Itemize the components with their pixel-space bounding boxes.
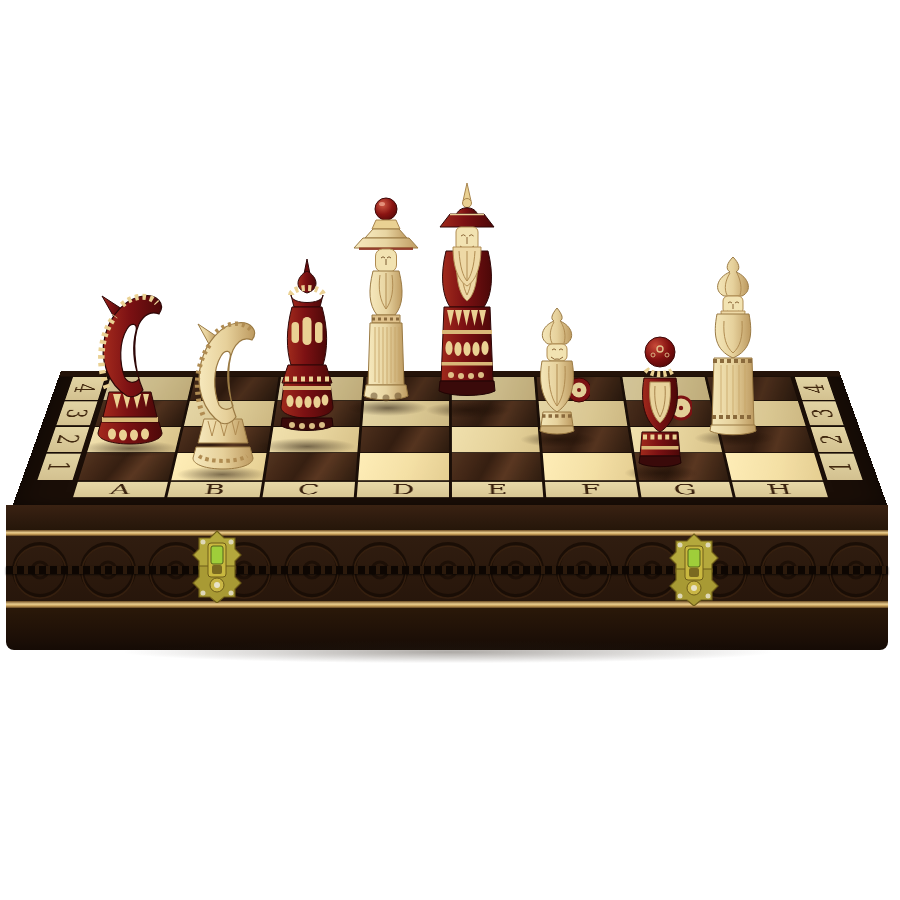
square-e1 (451, 453, 542, 480)
piece-red-rook-c2[interactable] (262, 259, 352, 447)
rank-label-right-2: 2 (811, 427, 853, 452)
gold-trim-bottom (6, 601, 888, 608)
square-f1 (543, 453, 636, 480)
file-label-d: D (357, 482, 449, 498)
square-a1 (78, 453, 175, 480)
brass-clasp-left[interactable] (191, 529, 243, 603)
piece-natural-bishop-f2[interactable] (524, 306, 590, 441)
brass-clasp-right[interactable] (668, 532, 720, 606)
square-d2 (360, 427, 448, 453)
square-h1 (725, 453, 822, 480)
piece-natural-knight-b1[interactable] (181, 307, 265, 475)
square-d1 (358, 453, 449, 480)
file-label-e: E (451, 482, 543, 498)
rank-label-left-1: 1 (37, 454, 81, 480)
rank-label-right-4: 4 (795, 377, 835, 400)
file-label-b: B (167, 482, 261, 498)
chess-set-photo: Closed handmade carved wooden chess box … (0, 0, 900, 900)
drop-shadow (14, 640, 882, 670)
piece-red-king-e3[interactable] (427, 183, 507, 411)
rank-label-right-1: 1 (819, 454, 863, 480)
piece-natural-queen-d3[interactable] (349, 194, 423, 409)
file-label-g: G (638, 482, 732, 498)
board-front-edge (6, 505, 888, 532)
file-label-h: H (732, 482, 828, 498)
piece-red-pawn-g1[interactable] (628, 334, 692, 474)
square-c1 (265, 453, 358, 480)
file-label-f: F (545, 482, 638, 498)
file-label-c: C (262, 482, 355, 498)
piece-natural-king-h2[interactable] (697, 255, 769, 439)
rank-label-right-3: 3 (803, 401, 844, 425)
box-lid-seam (6, 566, 888, 574)
piece-red-knight-a2[interactable] (82, 284, 178, 449)
file-label-a: A (73, 482, 169, 498)
